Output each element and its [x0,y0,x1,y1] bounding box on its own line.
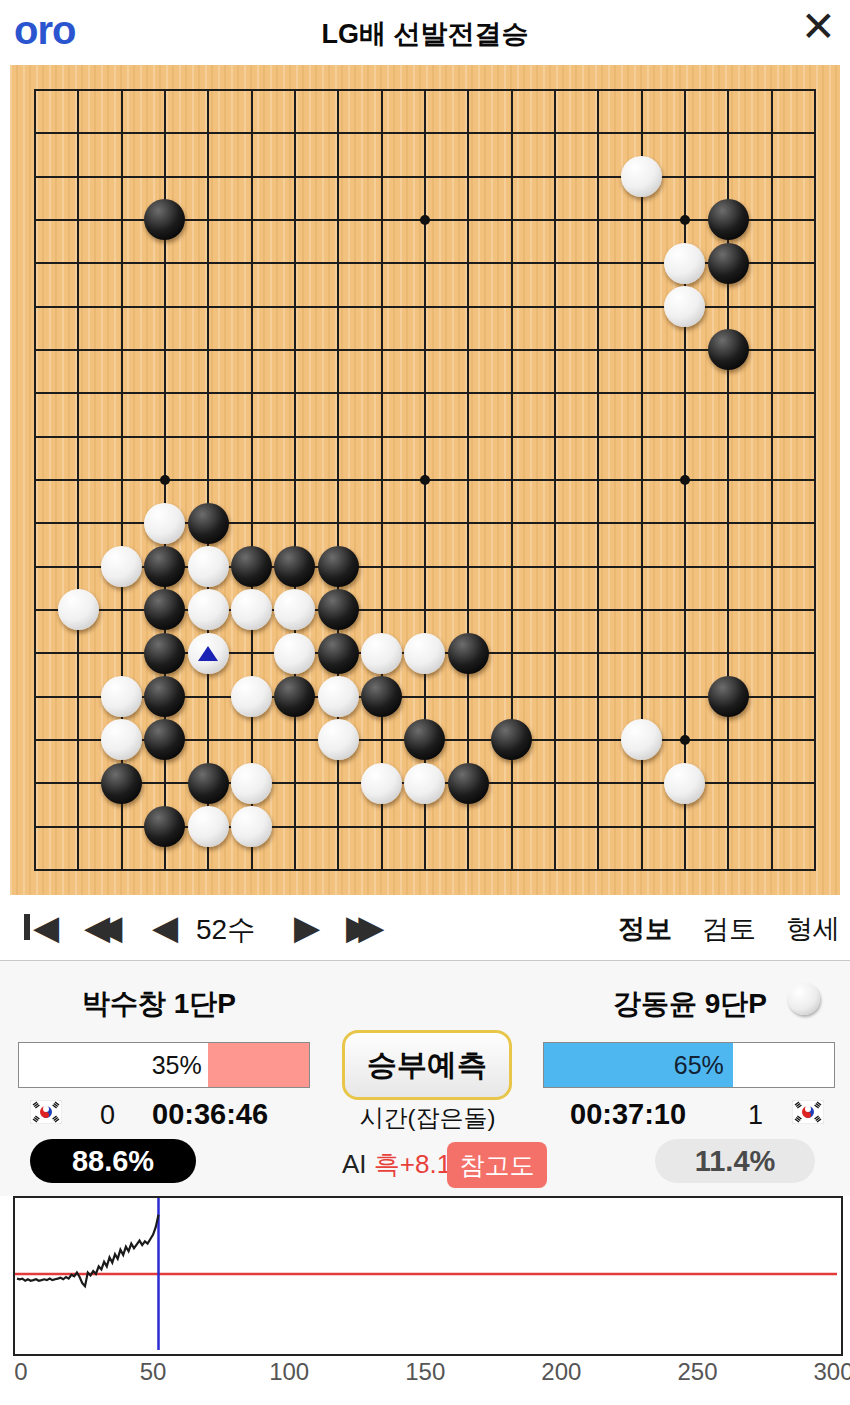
black-stone [708,199,749,240]
fast-backward-button[interactable]: ◀ ◀ [84,907,122,947]
predict-button[interactable]: 승부예측 [342,1030,512,1100]
black-stone [318,633,359,674]
white-stone [318,676,359,717]
time-capture-row: 0 00:36:46 시간(잡은돌) 00:37:10 1 [0,1098,850,1134]
white-stone [664,243,705,284]
white-stone [188,806,229,847]
white-stone [144,503,185,544]
star-point [420,475,430,485]
last-move-triangle-marker [198,646,218,661]
black-stone [144,633,185,674]
black-player-name: 박수창 1단P [82,985,236,1023]
white-stone [231,589,272,630]
app-window: oro LG배 선발전결승 ✕ ◀ ◀ ◀ ◀ 52수 ▶ ▶ ▶ 정보 검토 … [0,0,850,1405]
white-stone [361,633,402,674]
black-stone [318,546,359,587]
star-point [680,475,690,485]
white-stone [621,719,662,760]
winrate-curve [17,1215,159,1287]
black-stone [274,546,315,587]
player-section: 박수창 1단P 강동윤 9단P 35% 승부예측 65% 0 00:36:46 … [0,961,850,1196]
white-stone [274,633,315,674]
black-stone [361,676,402,717]
black-stone [708,243,749,284]
ai-winrate-row: 88.6% AI 흑+8.1 참고도 11.4% [0,1139,850,1187]
black-captures-count: 0 [100,1100,115,1131]
black-stone [274,676,315,717]
white-stone [188,633,229,674]
black-stone [144,676,185,717]
black-win-bar: 35% [18,1042,310,1088]
star-point [420,215,430,225]
back-arrow-icon: ◀ [33,907,59,947]
black-stone [144,199,185,240]
star-point [680,735,690,745]
white-stone [231,806,272,847]
star-point [160,475,170,485]
white-stone [664,286,705,327]
white-stone-icon [788,983,820,1015]
menu-review[interactable]: 검토 [702,911,756,947]
korea-flag-icon [792,1100,824,1124]
forward-button[interactable]: ▶ [294,907,320,947]
black-stone [708,329,749,370]
graph-x-tick-label: 150 [405,1358,445,1386]
white-time: 00:37:10 [570,1098,686,1131]
graph-x-tick-label: 0 [14,1358,27,1386]
black-stone [101,763,142,804]
black-stone [448,763,489,804]
black-stone [144,546,185,587]
black-stone [448,633,489,674]
white-stone [231,676,272,717]
back-arrow-icon: ◀ [152,907,178,947]
ai-score-value: 흑+8.1 [374,1149,451,1179]
white-stone [58,589,99,630]
white-stone [231,763,272,804]
white-stone [274,589,315,630]
move-counter: 52수 [196,911,255,949]
ai-label: AI [342,1149,367,1179]
first-move-button[interactable]: ◀ [24,907,59,947]
black-time: 00:36:46 [152,1098,268,1131]
white-stone [621,156,662,197]
white-stone [101,676,142,717]
first-move-bar-icon [24,914,30,940]
go-board[interactable] [10,65,840,895]
graph-x-axis-labels: 050100150200250300 [13,1358,843,1388]
black-stone [404,719,445,760]
time-caption: 시간(잡은돌) [300,1102,555,1134]
reference-diagram-button[interactable]: 참고도 [447,1142,547,1188]
white-stone [101,546,142,587]
white-stone [188,546,229,587]
move-nav-bar: ◀ ◀ ◀ ◀ 52수 ▶ ▶ ▶ 정보 검토 형세 [0,895,850,960]
black-stone [231,546,272,587]
black-win-bar-fill [208,1043,310,1087]
fast-forward-button[interactable]: ▶ ▶ [346,907,384,947]
black-ai-winrate-pill: 88.6% [30,1139,196,1183]
fwd-arrow-icon: ▶ [358,907,384,947]
black-stone [708,676,749,717]
page-title: LG배 선발전결승 [0,16,850,52]
back-button[interactable]: ◀ [152,907,178,947]
ai-score-text: AI 흑+8.1 [342,1147,451,1182]
white-stone [361,763,402,804]
black-stone [188,503,229,544]
black-stone [144,806,185,847]
menu-info[interactable]: 정보 [618,911,672,947]
white-stone [101,719,142,760]
black-stone [491,719,532,760]
fwd-arrow-icon: ▶ [294,907,320,947]
graph-x-tick-label: 50 [140,1358,167,1386]
black-stone [188,763,229,804]
graph-x-tick-label: 100 [269,1358,309,1386]
white-stone [404,633,445,674]
black-stone [318,589,359,630]
white-win-bar: 65% [543,1042,835,1088]
white-stone [318,719,359,760]
white-stone [664,763,705,804]
black-stone [144,589,185,630]
korea-flag-icon [30,1100,62,1124]
white-captures-count: 1 [748,1100,763,1131]
menu-position[interactable]: 형세 [786,911,840,947]
graph-x-tick-label: 250 [677,1358,717,1386]
white-stone [404,763,445,804]
white-win-bar-label: 65% [544,1043,724,1087]
white-stone [188,589,229,630]
graph-x-tick-label: 300 [814,1358,850,1386]
winrate-graph[interactable] [13,1196,843,1356]
white-ai-winrate-pill: 11.4% [655,1139,815,1183]
star-point [680,215,690,225]
graph-x-tick-label: 200 [541,1358,581,1386]
back-arrow-icon: ◀ [96,907,122,947]
black-stone [144,719,185,760]
black-win-bar-label: 35% [19,1043,202,1087]
close-icon[interactable]: ✕ [801,6,836,48]
